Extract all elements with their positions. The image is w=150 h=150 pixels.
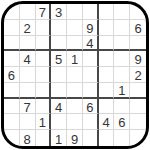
cell-r1c7[interactable]: [99, 4, 115, 20]
given-digit: 2: [134, 68, 141, 81]
cell-r5c3[interactable]: [36, 67, 52, 83]
cell-r9c3[interactable]: [36, 130, 52, 146]
cell-r8c2[interactable]: [20, 114, 36, 130]
cell-r3c3[interactable]: [36, 36, 52, 52]
cell-r4c3[interactable]: [36, 51, 52, 67]
cell-r3c8[interactable]: [114, 36, 130, 52]
cell-r3c1[interactable]: [4, 36, 20, 52]
cell-r6c4[interactable]: [51, 83, 67, 99]
given-digit: 7: [39, 5, 46, 18]
cell-r6c8[interactable]: 1: [114, 83, 130, 99]
cell-r2c2[interactable]: 2: [20, 20, 36, 36]
given-digit: 9: [86, 21, 93, 34]
cell-r5c8[interactable]: [114, 67, 130, 83]
cell-r1c5[interactable]: [67, 4, 83, 20]
given-digit: 6: [134, 21, 141, 34]
cell-r9c9[interactable]: [130, 130, 146, 146]
cell-r7c1[interactable]: [4, 99, 20, 115]
cell-r8c7[interactable]: 4: [99, 114, 115, 130]
cell-r6c9[interactable]: [130, 83, 146, 99]
cell-r8c3[interactable]: 1: [36, 114, 52, 130]
cell-r4c9[interactable]: 9: [130, 51, 146, 67]
cell-r8c8[interactable]: 6: [114, 114, 130, 130]
cell-r4c5[interactable]: 1: [67, 51, 83, 67]
cell-r2c4[interactable]: [51, 20, 67, 36]
given-digit: 4: [24, 53, 31, 66]
cell-r2c3[interactable]: [36, 20, 52, 36]
cell-r3c7[interactable]: [99, 36, 115, 52]
cell-r3c5[interactable]: [67, 36, 83, 52]
cell-r4c7[interactable]: [99, 51, 115, 67]
cell-r1c8[interactable]: [114, 4, 130, 20]
cell-r5c2[interactable]: [20, 67, 36, 83]
given-digit: 1: [39, 116, 46, 129]
cell-r8c6[interactable]: [83, 114, 99, 130]
cell-r4c6[interactable]: [83, 51, 99, 67]
cell-r8c1[interactable]: [4, 114, 20, 130]
cell-r7c4[interactable]: 4: [51, 99, 67, 115]
cell-r7c8[interactable]: [114, 99, 130, 115]
cell-r7c7[interactable]: [99, 99, 115, 115]
given-digit: 1: [118, 84, 125, 97]
cell-r3c4[interactable]: [51, 36, 67, 52]
cell-r5c7[interactable]: [99, 67, 115, 83]
cell-r1c6[interactable]: [83, 4, 99, 20]
cell-r4c4[interactable]: 5: [51, 51, 67, 67]
cell-r5c1[interactable]: 6: [4, 67, 20, 83]
cell-r7c9[interactable]: [130, 99, 146, 115]
given-digit: 6: [8, 68, 15, 81]
cell-r8c5[interactable]: [67, 114, 83, 130]
cell-r9c6[interactable]: [83, 130, 99, 146]
given-digit: 3: [55, 5, 62, 18]
cell-r6c5[interactable]: [67, 83, 83, 99]
given-digit: 2: [24, 21, 31, 34]
cell-r2c1[interactable]: [4, 20, 20, 36]
cell-r2c5[interactable]: [67, 20, 83, 36]
cell-r7c6[interactable]: 6: [83, 99, 99, 115]
given-digit: 8: [24, 132, 31, 145]
cell-r3c2[interactable]: [20, 36, 36, 52]
cell-r6c6[interactable]: [83, 83, 99, 99]
cell-r1c3[interactable]: 7: [36, 4, 52, 20]
cell-r9c4[interactable]: 1: [51, 130, 67, 146]
cell-r9c8[interactable]: [114, 130, 130, 146]
cell-r1c4[interactable]: 3: [51, 4, 67, 20]
given-digit: 4: [102, 116, 109, 129]
cell-r7c5[interactable]: [67, 99, 83, 115]
cell-r9c7[interactable]: [99, 130, 115, 146]
cell-r2c8[interactable]: [114, 20, 130, 36]
cell-r2c9[interactable]: 6: [130, 20, 146, 36]
sudoku-board: 7329644519621746146819: [1, 1, 149, 149]
cell-r1c9[interactable]: [130, 4, 146, 20]
cell-r9c1[interactable]: [4, 130, 20, 146]
given-digit: 6: [86, 100, 93, 113]
cell-r5c9[interactable]: 2: [130, 67, 146, 83]
given-digit: 9: [71, 132, 78, 145]
cell-r6c1[interactable]: [4, 83, 20, 99]
given-digit: 1: [71, 53, 78, 66]
cell-r1c2[interactable]: [20, 4, 36, 20]
cell-r4c1[interactable]: [4, 51, 20, 67]
cell-r6c3[interactable]: [36, 83, 52, 99]
given-digit: 6: [118, 116, 125, 129]
cell-r3c9[interactable]: [130, 36, 146, 52]
given-digit: 7: [24, 100, 31, 113]
given-digit: 4: [55, 100, 62, 113]
cell-r2c7[interactable]: [99, 20, 115, 36]
cell-r9c2[interactable]: 8: [20, 130, 36, 146]
cell-r8c4[interactable]: [51, 114, 67, 130]
cell-r3c6[interactable]: 4: [83, 36, 99, 52]
cell-r7c3[interactable]: [36, 99, 52, 115]
given-digit: 5: [55, 53, 62, 66]
cell-r6c2[interactable]: [20, 83, 36, 99]
given-digit: 1: [55, 132, 62, 145]
cell-r2c6[interactable]: 9: [83, 20, 99, 36]
cell-r4c2[interactable]: 4: [20, 51, 36, 67]
cell-r7c2[interactable]: 7: [20, 99, 36, 115]
cell-r6c7[interactable]: [99, 83, 115, 99]
cell-r5c4[interactable]: [51, 67, 67, 83]
cell-r5c6[interactable]: [83, 67, 99, 83]
given-digit: 9: [134, 53, 141, 66]
cell-r9c5[interactable]: 9: [67, 130, 83, 146]
given-digit: 4: [86, 36, 93, 49]
cell-r4c8[interactable]: [114, 51, 130, 67]
cell-r5c5[interactable]: [67, 67, 83, 83]
cell-r1c1[interactable]: [4, 4, 20, 20]
cell-r8c9[interactable]: [130, 114, 146, 130]
